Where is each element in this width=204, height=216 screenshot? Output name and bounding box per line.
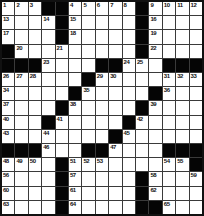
clue-number-4: 4 [70,2,73,9]
black-cell-r3c5 [56,30,68,43]
cell-r10c12[interactable] [149,130,161,143]
cell-r7c13[interactable]: 36 [163,87,175,100]
black-cell-r7c12 [149,87,161,100]
cell-r4c7[interactable] [82,45,94,58]
black-cell-r5c3 [29,59,41,72]
clue-number-15: 15 [70,16,76,23]
black-cell-r11c2 [15,144,27,157]
black-cell-r5c14 [176,59,188,72]
black-cell-r6c7 [82,73,94,86]
cell-r14c6[interactable]: 61 [69,187,81,200]
cell-r7c9[interactable] [109,87,121,100]
clue-number-29: 29 [97,73,103,80]
clue-number-30: 30 [110,73,116,80]
cell-r7c3[interactable] [29,87,41,100]
cell-r8c9[interactable] [109,101,121,114]
cell-r4c13[interactable] [163,45,175,58]
cell-r6c3[interactable]: 28 [29,73,41,86]
cell-r9c7[interactable] [82,116,94,129]
cell-r6c11[interactable] [136,73,148,86]
clue-number-36: 36 [164,87,170,94]
black-cell-r13c11 [136,172,148,185]
cell-r13c12[interactable]: 58 [149,172,161,185]
cell-r9c6[interactable] [69,116,81,129]
clue-number-14: 14 [43,16,49,23]
cell-r1c15[interactable]: 12 [190,2,202,15]
clue-number-13: 13 [3,16,9,23]
cell-r8c4[interactable] [42,101,54,114]
cell-r2c12[interactable]: 16 [149,16,161,29]
cell-r6c8[interactable]: 29 [96,73,108,86]
cell-r12c10[interactable] [123,158,135,171]
cell-r2c14[interactable] [176,16,188,29]
clue-number-5: 5 [83,2,86,9]
black-cell-r2c11 [136,16,148,29]
cell-r2c3[interactable] [29,16,41,29]
cell-r14c3[interactable] [29,187,41,200]
cell-r13c8[interactable] [96,172,108,185]
clue-number-38: 38 [70,101,76,108]
crossword-grid: 1234567891011121314151617181920212223242… [0,0,204,216]
cell-r5c12[interactable] [149,59,161,72]
cell-r10c15[interactable] [190,130,202,143]
cell-r3c13[interactable] [163,30,175,43]
cell-r12c14[interactable]: 55 [176,158,188,171]
cell-r10c3[interactable] [29,130,41,143]
cell-r3c6[interactable]: 18 [69,30,81,43]
cell-r12c8[interactable]: 53 [96,158,108,171]
cell-r5c7[interactable] [82,59,94,72]
cell-r8c12[interactable]: 39 [149,101,161,114]
cell-r10c7[interactable] [82,130,94,143]
cell-r10c1[interactable]: 43 [2,130,14,143]
black-cell-r11c3 [29,144,41,157]
cell-r6c4[interactable] [42,73,54,86]
cell-r14c14[interactable] [176,187,188,200]
clue-number-20: 20 [16,45,22,52]
clue-number-26: 26 [3,73,9,80]
cell-r2c8[interactable] [96,16,108,29]
clue-number-37: 37 [3,101,9,108]
cell-r9c11[interactable]: 42 [136,116,148,129]
cell-r10c5[interactable] [56,130,68,143]
cell-r10c4[interactable]: 44 [42,130,54,143]
cell-r7c15[interactable] [190,87,202,100]
cell-r9c5[interactable]: 41 [56,116,68,129]
cell-r6c10[interactable] [123,73,135,86]
clue-number-34: 34 [3,87,9,94]
clue-number-39: 39 [150,101,156,108]
cell-r10c13[interactable] [163,130,175,143]
clue-number-24: 24 [124,59,130,66]
clue-number-64: 64 [70,201,76,208]
clue-number-63: 63 [3,201,9,208]
cell-r14c7[interactable] [82,187,94,200]
cell-r11c6[interactable] [69,144,81,157]
black-cell-r5c2 [15,59,27,72]
cell-r9c3[interactable] [29,116,41,129]
cell-r6c13[interactable]: 31 [163,73,175,86]
cell-r13c6[interactable]: 57 [69,172,81,185]
clue-number-16: 16 [150,16,156,23]
cell-r12c6[interactable]: 51 [69,158,81,171]
cell-r10c8[interactable] [96,130,108,143]
cell-r3c7[interactable] [82,30,94,43]
cell-r9c1[interactable]: 40 [2,116,14,129]
black-cell-r1c4 [42,2,54,15]
cell-r6c15[interactable]: 33 [190,73,202,86]
cell-r4c5[interactable]: 21 [56,45,68,58]
clue-number-2: 2 [16,2,19,9]
clue-number-31: 31 [164,73,170,80]
black-cell-r4c11 [136,45,148,58]
cell-r9c8[interactable] [96,116,108,129]
cell-r10c11[interactable] [136,130,148,143]
clue-number-22: 22 [150,45,156,52]
cell-r6c6[interactable] [69,73,81,86]
clue-number-45: 45 [124,130,130,137]
clue-number-65: 65 [164,201,170,208]
cell-r12c2[interactable]: 49 [15,158,27,171]
cell-r7c2[interactable] [15,87,27,100]
clue-number-59: 59 [191,172,197,179]
cell-r5c5[interactable] [56,59,68,72]
cell-r8c14[interactable] [176,101,188,114]
cell-r10c6[interactable] [69,130,81,143]
clue-number-57: 57 [70,172,76,179]
cell-r5c6[interactable] [69,59,81,72]
clue-number-9: 9 [150,2,153,9]
cell-r4c15[interactable] [190,45,202,58]
clue-number-7: 7 [110,2,113,9]
clue-number-41: 41 [57,116,63,123]
cell-r14c12[interactable]: 62 [149,187,161,200]
cell-r6c5[interactable] [56,73,68,86]
black-cell-r5c9 [109,59,121,72]
cell-r7c4[interactable] [42,87,54,100]
clue-number-11: 11 [177,2,182,9]
cell-r14c13[interactable] [163,187,175,200]
cell-r7c14[interactable] [176,87,188,100]
cell-r9c9[interactable] [109,116,121,129]
clue-number-54: 54 [164,158,170,165]
black-cell-r5c15 [190,59,202,72]
cell-r6c12[interactable] [149,73,161,86]
cell-r9c12[interactable] [149,116,161,129]
cell-r13c2[interactable] [15,172,27,185]
cell-r1c8[interactable]: 6 [96,2,108,15]
clue-number-46: 46 [43,144,49,151]
cell-r14c10[interactable] [123,187,135,200]
clue-number-52: 52 [83,158,89,165]
black-cell-r5c13 [163,59,175,72]
cell-r15c4[interactable] [42,201,54,214]
cell-r6c9[interactable]: 30 [109,73,121,86]
clue-number-19: 19 [150,30,156,37]
cell-r13c3[interactable] [29,172,41,185]
clue-number-61: 61 [70,187,76,194]
cell-r2c13[interactable] [163,16,175,29]
cell-r2c7[interactable] [82,16,94,29]
cell-r15c9[interactable] [109,201,121,214]
black-cell-r11c13 [163,144,175,157]
black-cell-r11c1 [2,144,14,157]
cell-r3c4[interactable] [42,30,54,43]
cell-r13c7[interactable] [82,172,94,185]
cell-r5c4[interactable]: 23 [42,59,54,72]
cell-r1c2[interactable]: 2 [15,2,27,15]
cell-r4c14[interactable] [176,45,188,58]
cell-r15c2[interactable] [15,201,27,214]
cell-r4c3[interactable] [29,45,41,58]
cell-r3c12[interactable]: 19 [149,30,161,43]
cell-r2c2[interactable] [15,16,27,29]
cell-r7c1[interactable]: 34 [2,87,14,100]
clue-number-51: 51 [70,158,76,165]
black-cell-r3c11 [136,30,148,43]
cell-r1c6[interactable]: 4 [69,2,81,15]
cell-r10c14[interactable] [176,130,188,143]
cell-r1c14[interactable]: 11 [176,2,188,15]
clue-number-49: 49 [16,158,22,165]
cell-r14c9[interactable] [109,187,121,200]
cell-r2c6[interactable]: 15 [69,16,81,29]
clue-number-43: 43 [3,130,9,137]
cell-r14c8[interactable] [96,187,108,200]
cell-r3c8[interactable] [96,30,108,43]
clue-number-10: 10 [164,2,170,9]
cell-r14c1[interactable]: 60 [2,187,14,200]
cell-r4c2[interactable]: 20 [15,45,27,58]
clue-number-3: 3 [30,2,33,9]
cell-r1c7[interactable]: 5 [82,2,94,15]
cell-r1c12[interactable]: 9 [149,2,161,15]
cell-r14c15[interactable] [190,187,202,200]
cell-r3c1[interactable]: 17 [2,30,14,43]
cell-r9c14[interactable] [176,116,188,129]
cell-r7c5[interactable] [56,87,68,100]
cell-r9c2[interactable] [15,116,27,129]
cell-r15c15[interactable] [190,201,202,214]
cell-r4c12[interactable]: 22 [149,45,161,58]
cell-r14c4[interactable] [42,187,54,200]
cell-r10c10[interactable]: 45 [123,130,135,143]
cell-r8c10[interactable] [123,101,135,114]
cell-r5c11[interactable]: 25 [136,59,148,72]
clue-number-32: 32 [177,73,183,80]
black-cell-r11c14 [176,144,188,157]
cell-r6c1[interactable]: 26 [2,73,14,86]
black-cell-r8c5 [56,101,68,114]
cell-r1c9[interactable]: 7 [109,2,121,15]
cell-r7c8[interactable] [96,87,108,100]
cell-r12c11[interactable] [136,158,148,171]
cell-r12c9[interactable] [109,158,121,171]
clue-number-35: 35 [83,87,89,94]
cell-r4c4[interactable] [42,45,54,58]
clue-number-17: 17 [3,30,9,37]
cell-r6c14[interactable]: 32 [176,73,188,86]
cell-r13c15[interactable]: 59 [190,172,202,185]
cell-r11c10[interactable] [123,144,135,157]
clue-number-6: 6 [97,2,100,9]
clue-number-12: 12 [191,2,197,9]
cell-r4c9[interactable] [109,45,121,58]
clue-number-56: 56 [3,172,9,179]
cell-r15c13[interactable]: 65 [163,201,175,214]
black-cell-r1c11 [136,2,148,15]
cell-r15c7[interactable] [82,201,94,214]
clue-number-25: 25 [137,59,143,66]
black-cell-r9c4 [42,116,54,129]
cell-r4c6[interactable] [69,45,81,58]
cell-r13c10[interactable] [123,172,135,185]
black-cell-r12c5 [56,158,68,171]
cell-r6c2[interactable]: 27 [15,73,27,86]
cell-r8c13[interactable] [163,101,175,114]
clue-number-8: 8 [124,2,127,9]
cell-r2c9[interactable] [109,16,121,29]
cell-r8c6[interactable]: 38 [69,101,81,114]
cell-r8c8[interactable] [96,101,108,114]
black-cell-r13c5 [56,172,68,185]
cell-r9c13[interactable] [163,116,175,129]
black-cell-r1c5 [56,2,68,15]
cell-r13c4[interactable] [42,172,54,185]
cell-r8c7[interactable] [82,101,94,114]
clue-number-28: 28 [30,73,36,80]
black-cell-r7c6 [69,87,81,100]
cell-r1c13[interactable]: 10 [163,2,175,15]
cell-r12c7[interactable]: 52 [82,158,94,171]
cell-r10c2[interactable] [15,130,27,143]
black-cell-r5c8 [96,59,108,72]
cell-r7c7[interactable]: 35 [82,87,94,100]
cell-r9c15[interactable] [190,116,202,129]
cell-r13c14[interactable] [176,172,188,185]
black-cell-r4c1 [2,45,14,58]
cell-r8c2[interactable] [15,101,27,114]
cell-r13c13[interactable] [163,172,175,185]
cell-r5c10[interactable]: 24 [123,59,135,72]
clue-number-47: 47 [110,144,116,151]
cell-r12c12[interactable] [149,158,161,171]
cell-r3c3[interactable] [29,30,41,43]
black-cell-r12c15 [190,158,202,171]
cell-r12c4[interactable] [42,158,54,171]
cell-r11c11[interactable] [136,144,148,157]
clue-number-44: 44 [43,130,49,137]
cell-r12c3[interactable]: 50 [29,158,41,171]
cell-r7c10[interactable] [123,87,135,100]
clue-number-42: 42 [137,116,143,123]
black-cell-r15c5 [56,201,68,214]
cell-r2c4[interactable]: 14 [42,16,54,29]
black-cell-r10c9 [109,130,121,143]
cell-r13c9[interactable] [109,172,121,185]
cell-r14c2[interactable] [15,187,27,200]
clue-number-23: 23 [43,59,49,66]
clue-number-48: 48 [3,158,9,165]
cell-r12c1[interactable]: 48 [2,158,14,171]
clue-number-60: 60 [3,187,9,194]
cell-r8c15[interactable] [190,101,202,114]
cell-r7c11[interactable] [136,87,148,100]
cell-r11c5[interactable] [56,144,68,157]
black-cell-r14c11 [136,187,148,200]
cell-r2c15[interactable] [190,16,202,29]
cell-r4c8[interactable] [96,45,108,58]
cell-r15c1[interactable]: 63 [2,201,14,214]
clue-number-58: 58 [150,172,156,179]
clue-number-21: 21 [57,45,63,52]
cell-r8c1[interactable]: 37 [2,101,14,114]
cell-r3c2[interactable] [15,30,27,43]
cell-r15c8[interactable] [96,201,108,214]
black-cell-r11c7 [82,144,94,157]
clue-number-55: 55 [177,158,183,165]
cell-r2c10[interactable] [123,16,135,29]
black-cell-r9c10 [123,116,135,129]
clue-number-27: 27 [16,73,22,80]
clue-number-40: 40 [3,116,9,123]
cell-r15c14[interactable] [176,201,188,214]
cell-r1c3[interactable]: 3 [29,2,41,15]
cell-r2c1[interactable]: 13 [2,16,14,29]
cell-r4c10[interactable] [123,45,135,58]
cell-r11c12[interactable] [149,144,161,157]
cell-r15c3[interactable] [29,201,41,214]
black-cell-r14c5 [56,187,68,200]
black-cell-r5c1 [2,59,14,72]
clue-number-18: 18 [70,30,76,37]
cell-r15c10[interactable] [123,201,135,214]
cell-r8c3[interactable] [29,101,41,114]
cell-r3c10[interactable] [123,30,135,43]
cell-r1c1[interactable]: 1 [2,2,14,15]
black-cell-r11c15 [190,144,202,157]
cell-r11c9[interactable]: 47 [109,144,121,157]
cell-r11c4[interactable]: 46 [42,144,54,157]
black-cell-r2c5 [56,16,68,29]
cell-r3c15[interactable] [190,30,202,43]
clue-number-33: 33 [191,73,197,80]
cell-r3c9[interactable] [109,30,121,43]
black-cell-r15c11 [136,201,148,214]
clue-number-53: 53 [97,158,103,165]
black-cell-r8c11 [136,101,148,114]
cell-r3c14[interactable] [176,30,188,43]
black-cell-r15c12 [149,201,161,214]
clue-number-50: 50 [30,158,36,165]
clue-number-62: 62 [150,187,156,194]
cell-r13c1[interactable]: 56 [2,172,14,185]
cell-r12c13[interactable]: 54 [163,158,175,171]
black-cell-r11c8 [96,144,108,157]
cell-r1c10[interactable]: 8 [123,2,135,15]
cell-r15c6[interactable]: 64 [69,201,81,214]
clue-number-1: 1 [3,2,6,9]
